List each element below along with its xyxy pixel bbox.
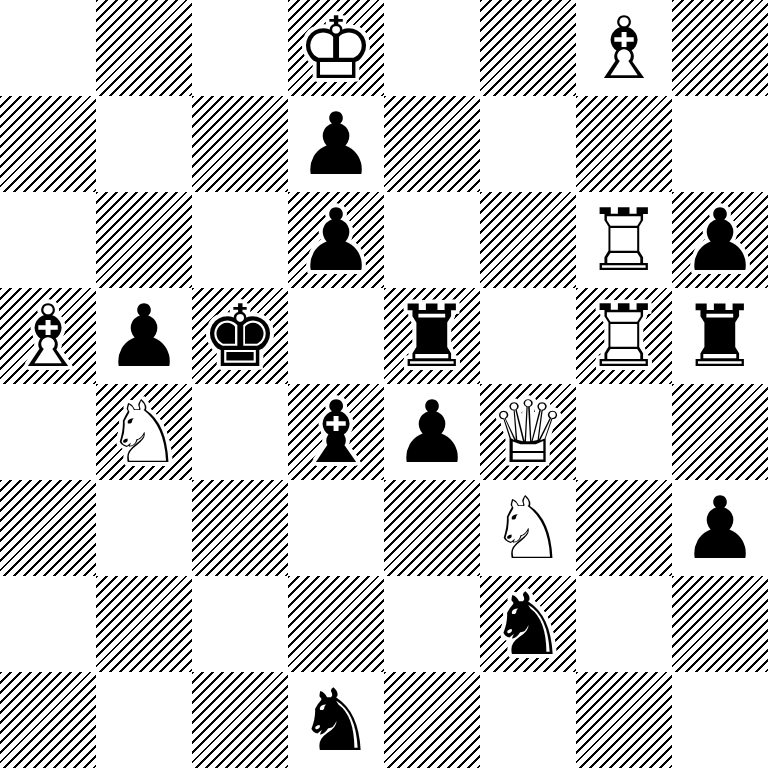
square-f4: ♛♕	[480, 384, 576, 480]
square-c5: ♚♚	[192, 288, 288, 384]
white-knight-backing: ♞	[96, 384, 192, 480]
square-e7	[384, 96, 480, 192]
square-c8	[192, 0, 288, 96]
square-h3: ♟♟	[672, 480, 768, 576]
white-bishop: ♗	[576, 0, 672, 96]
square-b1	[96, 672, 192, 768]
square-h2	[672, 576, 768, 672]
white-rook: ♖	[576, 192, 672, 288]
white-knight-backing: ♞	[480, 480, 576, 576]
black-pawn: ♟	[672, 480, 768, 576]
square-g1	[576, 672, 672, 768]
square-h5: ♜♜	[672, 288, 768, 384]
white-king-backing: ♚	[288, 0, 384, 96]
square-b8	[96, 0, 192, 96]
square-e3	[384, 480, 480, 576]
black-knight-backing: ♞	[480, 576, 576, 672]
black-pawn-backing: ♟	[672, 480, 768, 576]
square-e4: ♟♟	[384, 384, 480, 480]
black-king-backing: ♚	[192, 288, 288, 384]
square-f6	[480, 192, 576, 288]
square-g3	[576, 480, 672, 576]
square-c6	[192, 192, 288, 288]
square-f1	[480, 672, 576, 768]
black-knight-backing: ♞	[288, 672, 384, 768]
square-f7	[480, 96, 576, 192]
square-h4	[672, 384, 768, 480]
white-queen-backing: ♛	[480, 384, 576, 480]
square-g4	[576, 384, 672, 480]
square-h8	[672, 0, 768, 96]
black-bishop-backing: ♝	[288, 384, 384, 480]
square-f5	[480, 288, 576, 384]
square-d1: ♞♞	[288, 672, 384, 768]
black-pawn: ♟	[288, 192, 384, 288]
black-rook: ♜	[672, 288, 768, 384]
white-rook: ♖	[576, 288, 672, 384]
black-pawn: ♟	[384, 384, 480, 480]
square-g5: ♜♖	[576, 288, 672, 384]
black-pawn-backing: ♟	[672, 192, 768, 288]
square-a3	[0, 480, 96, 576]
black-pawn-backing: ♟	[288, 192, 384, 288]
square-g8: ♝♗	[576, 0, 672, 96]
white-bishop-backing: ♝	[576, 0, 672, 96]
black-rook: ♜	[384, 288, 480, 384]
white-queen: ♕	[480, 384, 576, 480]
square-b7	[96, 96, 192, 192]
square-d6: ♟♟	[288, 192, 384, 288]
square-b3	[96, 480, 192, 576]
square-d7: ♟♟	[288, 96, 384, 192]
square-g2	[576, 576, 672, 672]
square-f2: ♞♞	[480, 576, 576, 672]
black-rook-backing: ♜	[384, 288, 480, 384]
white-rook-backing: ♜	[576, 192, 672, 288]
square-d4: ♝♝	[288, 384, 384, 480]
square-a2	[0, 576, 96, 672]
square-f3: ♞♘	[480, 480, 576, 576]
square-d3	[288, 480, 384, 576]
square-c2	[192, 576, 288, 672]
square-e8	[384, 0, 480, 96]
square-a5: ♝♗	[0, 288, 96, 384]
black-pawn-backing: ♟	[96, 288, 192, 384]
square-g7	[576, 96, 672, 192]
square-f8	[480, 0, 576, 96]
white-knight: ♘	[480, 480, 576, 576]
square-a1	[0, 672, 96, 768]
square-e5: ♜♜	[384, 288, 480, 384]
square-c4	[192, 384, 288, 480]
black-knight: ♞	[480, 576, 576, 672]
square-a4	[0, 384, 96, 480]
square-b6	[96, 192, 192, 288]
white-king: ♔	[288, 0, 384, 96]
square-a8	[0, 0, 96, 96]
square-g6: ♜♖	[576, 192, 672, 288]
black-rook-backing: ♜	[672, 288, 768, 384]
square-a7	[0, 96, 96, 192]
square-h1	[672, 672, 768, 768]
white-bishop: ♗	[0, 288, 96, 384]
square-b5: ♟♟	[96, 288, 192, 384]
white-knight: ♘	[96, 384, 192, 480]
square-b2	[96, 576, 192, 672]
square-c7	[192, 96, 288, 192]
square-h7	[672, 96, 768, 192]
chess-diagram: ♚♔♝♗♟♟♟♟♜♖♟♟♝♗♟♟♚♚♜♜♜♖♜♜♞♘♝♝♟♟♛♕♞♘♟♟♞♞♞♞	[0, 0, 768, 768]
square-b4: ♞♘	[96, 384, 192, 480]
black-bishop: ♝	[288, 384, 384, 480]
black-pawn: ♟	[672, 192, 768, 288]
black-pawn: ♟	[288, 96, 384, 192]
square-e1	[384, 672, 480, 768]
black-knight: ♞	[288, 672, 384, 768]
white-rook-backing: ♜	[576, 288, 672, 384]
black-pawn-backing: ♟	[384, 384, 480, 480]
square-c1	[192, 672, 288, 768]
square-d5	[288, 288, 384, 384]
square-e2	[384, 576, 480, 672]
white-bishop-backing: ♝	[0, 288, 96, 384]
black-pawn: ♟	[96, 288, 192, 384]
square-d8: ♚♔	[288, 0, 384, 96]
black-pawn-backing: ♟	[288, 96, 384, 192]
square-a6	[0, 192, 96, 288]
square-e6	[384, 192, 480, 288]
square-h6: ♟♟	[672, 192, 768, 288]
square-c3	[192, 480, 288, 576]
square-d2	[288, 576, 384, 672]
black-king: ♚	[192, 288, 288, 384]
chess-board: ♚♔♝♗♟♟♟♟♜♖♟♟♝♗♟♟♚♚♜♜♜♖♜♜♞♘♝♝♟♟♛♕♞♘♟♟♞♞♞♞	[0, 0, 768, 768]
